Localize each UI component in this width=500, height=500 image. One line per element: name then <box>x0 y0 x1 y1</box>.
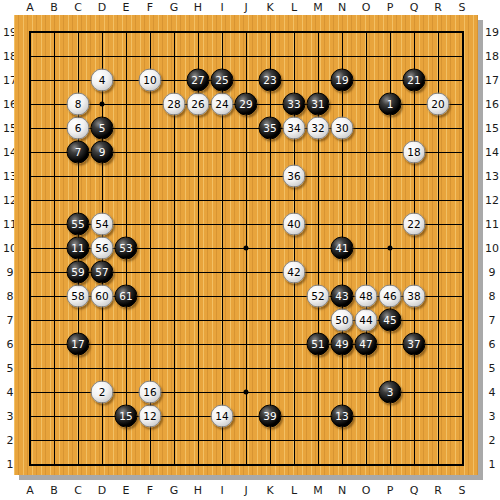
column-label: J <box>244 485 247 497</box>
move-number: 21 <box>407 75 420 86</box>
move-number: 23 <box>263 75 276 86</box>
row-label: 17 <box>483 74 500 87</box>
stone-black[interactable]: 55 <box>67 213 90 236</box>
stone-white[interactable]: 10 <box>139 69 162 92</box>
stone-black[interactable]: 13 <box>331 405 354 428</box>
column-label: H <box>194 2 202 14</box>
board-grid[interactable]: 1234567891011121314151617181920212223242… <box>29 31 464 466</box>
column-label: R <box>434 485 442 497</box>
move-number: 14 <box>215 411 228 422</box>
stone-black[interactable]: 23 <box>259 69 282 92</box>
stone-black[interactable]: 57 <box>91 261 114 284</box>
move-number: 19 <box>335 75 348 86</box>
star-point <box>244 246 249 251</box>
stone-black[interactable]: 15 <box>115 405 138 428</box>
column-label: I <box>220 485 223 497</box>
row-label: 7 <box>483 314 500 327</box>
column-label: M <box>313 485 323 497</box>
stone-black[interactable]: 27 <box>187 69 210 92</box>
move-number: 3 <box>387 387 394 398</box>
column-label: E <box>123 2 130 14</box>
move-number: 53 <box>119 243 132 254</box>
move-number: 44 <box>359 315 372 326</box>
stone-white[interactable]: 30 <box>331 117 354 140</box>
stone-white[interactable]: 32 <box>307 117 330 140</box>
column-label: P <box>387 485 394 497</box>
move-number: 43 <box>335 291 348 302</box>
stone-black[interactable]: 41 <box>331 237 354 260</box>
stone-white[interactable]: 22 <box>403 213 426 236</box>
stone-black[interactable]: 49 <box>331 333 354 356</box>
stone-white[interactable]: 2 <box>91 381 114 404</box>
row-label: 9 <box>483 266 500 279</box>
star-point <box>388 246 393 251</box>
stone-white[interactable]: 60 <box>91 285 114 308</box>
row-label: 10 <box>483 242 500 255</box>
stone-white[interactable]: 54 <box>91 213 114 236</box>
stone-white[interactable]: 18 <box>403 141 426 164</box>
move-number: 35 <box>263 123 276 134</box>
stone-black[interactable]: 29 <box>235 93 258 116</box>
stone-black[interactable]: 43 <box>331 285 354 308</box>
go-board: 1234567891011121314151617181920212223242… <box>14 15 478 475</box>
stone-white[interactable]: 50 <box>331 309 354 332</box>
row-label: 4 <box>483 386 500 399</box>
row-label: 11 <box>483 218 500 231</box>
column-label: G <box>170 2 179 14</box>
stone-black[interactable]: 59 <box>67 261 90 284</box>
star-point <box>100 102 105 107</box>
stone-black[interactable]: 61 <box>115 285 138 308</box>
row-label: 18 <box>483 50 500 63</box>
move-number: 26 <box>191 99 204 110</box>
move-number: 20 <box>431 99 444 110</box>
column-label: C <box>74 2 82 14</box>
move-number: 8 <box>75 99 82 110</box>
row-label: 13 <box>483 170 500 183</box>
move-number: 45 <box>383 315 396 326</box>
stone-white[interactable]: 58 <box>67 285 90 308</box>
stone-black[interactable]: 21 <box>403 69 426 92</box>
move-number: 28 <box>167 99 180 110</box>
row-label: 19 <box>483 26 500 39</box>
move-number: 54 <box>95 219 108 230</box>
stone-white[interactable]: 40 <box>283 213 306 236</box>
column-label: N <box>338 485 346 497</box>
column-label: B <box>50 2 58 14</box>
column-label: J <box>244 2 247 14</box>
column-label: M <box>313 2 323 14</box>
stone-white[interactable]: 38 <box>403 285 426 308</box>
stone-black[interactable]: 11 <box>67 237 90 260</box>
move-number: 59 <box>71 267 84 278</box>
row-label: 15 <box>483 122 500 135</box>
column-label: Q <box>410 485 419 497</box>
column-label: S <box>459 2 466 14</box>
stone-white[interactable]: 12 <box>139 405 162 428</box>
stone-white[interactable]: 56 <box>91 237 114 260</box>
move-number: 33 <box>287 99 300 110</box>
column-label: B <box>50 485 58 497</box>
stone-black[interactable]: 37 <box>403 333 426 356</box>
stone-white[interactable]: 20 <box>427 93 450 116</box>
move-number: 16 <box>143 387 156 398</box>
row-label: 2 <box>483 434 500 447</box>
column-label: C <box>74 485 82 497</box>
move-number: 4 <box>99 75 106 86</box>
move-number: 22 <box>407 219 420 230</box>
column-label: A <box>26 2 34 14</box>
move-number: 42 <box>287 267 300 278</box>
move-number: 18 <box>407 147 420 158</box>
stone-white[interactable]: 52 <box>307 285 330 308</box>
row-label: 3 <box>483 410 500 423</box>
stone-black[interactable]: 51 <box>307 333 330 356</box>
move-number: 38 <box>407 291 420 302</box>
move-number: 60 <box>95 291 108 302</box>
column-label: R <box>434 2 442 14</box>
move-number: 56 <box>95 243 108 254</box>
move-number: 12 <box>143 411 156 422</box>
stone-white[interactable]: 42 <box>283 261 306 284</box>
move-number: 48 <box>359 291 372 302</box>
move-number: 6 <box>75 123 82 134</box>
stone-black[interactable]: 7 <box>67 141 90 164</box>
stone-black[interactable]: 53 <box>115 237 138 260</box>
move-number: 55 <box>71 219 84 230</box>
stone-black[interactable]: 5 <box>91 117 114 140</box>
stone-black[interactable]: 17 <box>67 333 90 356</box>
move-number: 40 <box>287 219 300 230</box>
column-label: K <box>266 2 273 14</box>
move-number: 30 <box>335 123 348 134</box>
stone-white[interactable]: 4 <box>91 69 114 92</box>
column-label: A <box>26 485 34 497</box>
move-number: 24 <box>215 99 228 110</box>
stone-black[interactable]: 1 <box>379 93 402 116</box>
row-label: 6 <box>483 338 500 351</box>
stone-white[interactable]: 24 <box>211 93 234 116</box>
move-number: 49 <box>335 339 348 350</box>
stone-black[interactable]: 25 <box>211 69 234 92</box>
move-number: 34 <box>287 123 300 134</box>
stone-white[interactable]: 36 <box>283 165 306 188</box>
column-label: D <box>98 485 106 497</box>
stone-black[interactable]: 9 <box>91 141 114 164</box>
row-label: 8 <box>483 290 500 303</box>
stone-black[interactable]: 35 <box>259 117 282 140</box>
column-label: S <box>459 485 466 497</box>
move-number: 61 <box>119 291 132 302</box>
go-diagram-page: { "game": "go", "board": { "size": 19, "… <box>0 0 500 500</box>
move-number: 32 <box>311 123 324 134</box>
stone-white[interactable]: 16 <box>139 381 162 404</box>
column-label: L <box>291 485 297 497</box>
row-label: 14 <box>483 146 500 159</box>
move-number: 9 <box>99 147 106 158</box>
column-label: G <box>170 485 179 497</box>
stone-white[interactable]: 48 <box>355 285 378 308</box>
column-label: N <box>338 2 346 14</box>
move-number: 2 <box>99 387 106 398</box>
row-label: 5 <box>483 362 500 375</box>
stone-black[interactable]: 3 <box>379 381 402 404</box>
column-label: F <box>147 485 153 497</box>
column-label: K <box>266 485 273 497</box>
move-number: 41 <box>335 243 348 254</box>
move-number: 1 <box>387 99 394 110</box>
column-label: P <box>387 2 394 14</box>
stone-black[interactable]: 39 <box>259 405 282 428</box>
row-label: 1 <box>483 458 500 471</box>
move-number: 47 <box>359 339 372 350</box>
stone-white[interactable]: 46 <box>379 285 402 308</box>
stone-black[interactable]: 19 <box>331 69 354 92</box>
column-label: L <box>291 2 297 14</box>
stone-white[interactable]: 6 <box>67 117 90 140</box>
move-number: 11 <box>71 243 84 254</box>
move-number: 15 <box>119 411 132 422</box>
stone-white[interactable]: 34 <box>283 117 306 140</box>
move-number: 37 <box>407 339 420 350</box>
column-label: E <box>123 485 130 497</box>
stone-white[interactable]: 8 <box>67 93 90 116</box>
move-number: 39 <box>263 411 276 422</box>
column-label: O <box>362 485 371 497</box>
column-label: O <box>362 2 371 14</box>
move-number: 52 <box>311 291 324 302</box>
row-label: 16 <box>483 98 500 111</box>
stone-black[interactable]: 31 <box>307 93 330 116</box>
move-number: 5 <box>99 123 106 134</box>
move-number: 51 <box>311 339 324 350</box>
move-number: 58 <box>71 291 84 302</box>
star-point <box>244 390 249 395</box>
stone-white[interactable]: 28 <box>163 93 186 116</box>
move-number: 29 <box>239 99 252 110</box>
column-label: F <box>147 2 153 14</box>
move-number: 57 <box>95 267 108 278</box>
stone-black[interactable]: 45 <box>379 309 402 332</box>
move-number: 13 <box>335 411 348 422</box>
stone-black[interactable]: 33 <box>283 93 306 116</box>
column-label: I <box>220 2 223 14</box>
move-number: 17 <box>71 339 84 350</box>
stone-white[interactable]: 44 <box>355 309 378 332</box>
column-label: D <box>98 2 106 14</box>
stone-white[interactable]: 26 <box>187 93 210 116</box>
move-number: 27 <box>191 75 204 86</box>
column-label: Q <box>410 2 419 14</box>
stone-black[interactable]: 47 <box>355 333 378 356</box>
move-number: 25 <box>215 75 228 86</box>
row-label: 12 <box>483 194 500 207</box>
stone-white[interactable]: 14 <box>211 405 234 428</box>
move-number: 7 <box>75 147 82 158</box>
move-number: 31 <box>311 99 324 110</box>
move-number: 36 <box>287 171 300 182</box>
move-number: 10 <box>143 75 156 86</box>
column-label: H <box>194 485 202 497</box>
move-number: 46 <box>383 291 396 302</box>
move-number: 50 <box>335 315 348 326</box>
